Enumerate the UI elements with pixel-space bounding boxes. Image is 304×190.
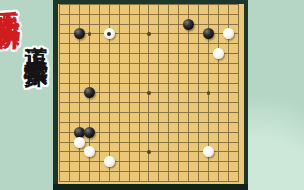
video-thumbnail: 斩断实战恶手 探索棋之正道 4k 1k: [0, 0, 304, 190]
grid-line-horizontal: [59, 171, 239, 172]
grid-line-horizontal: [59, 102, 239, 103]
grid-line-vertical: [139, 5, 140, 183]
grid-line-vertical: [178, 5, 179, 183]
grid-line-vertical: [168, 5, 169, 183]
grid-line-horizontal: [59, 122, 239, 123]
stone-black[interactable]: [183, 19, 194, 30]
grid-line-horizontal: [59, 161, 239, 162]
board-frame: [53, 0, 248, 190]
stone-white[interactable]: [223, 28, 234, 39]
stone-white[interactable]: [104, 28, 115, 39]
grid-line-vertical: [99, 5, 100, 183]
last-move-marker: [107, 32, 111, 36]
stone-black[interactable]: [203, 28, 214, 39]
left-banner-panel: 斩断实战恶手 探索棋之正道: [0, 0, 53, 190]
stone-white[interactable]: [104, 156, 115, 167]
grid-line-vertical: [198, 5, 199, 183]
stone-white[interactable]: [74, 137, 85, 148]
stone-white[interactable]: [213, 48, 224, 59]
grid-line-vertical: [218, 5, 219, 183]
grid-line-horizontal: [59, 112, 239, 113]
star-point: [147, 32, 150, 35]
stone-white[interactable]: [84, 146, 95, 157]
grid-line-horizontal: [59, 181, 239, 182]
stone-black[interactable]: [74, 28, 85, 39]
stone-white[interactable]: [203, 146, 214, 157]
grid-line-vertical: [59, 5, 60, 183]
grid-line-vertical: [188, 5, 189, 183]
stone-black[interactable]: [84, 87, 95, 98]
grid-line-vertical: [119, 5, 120, 183]
grid-line-horizontal: [59, 142, 239, 143]
star-point: [147, 150, 150, 153]
go-board[interactable]: [58, 4, 245, 185]
star-point: [147, 91, 150, 94]
star-point: [88, 32, 91, 35]
grid-line-vertical: [158, 5, 159, 183]
right-panel: 4k 1k: [248, 0, 304, 190]
grid-line-vertical: [69, 5, 70, 183]
grid-line-vertical: [129, 5, 130, 183]
star-point: [207, 91, 210, 94]
grid-line-vertical: [238, 5, 239, 183]
stone-black[interactable]: [84, 127, 95, 138]
